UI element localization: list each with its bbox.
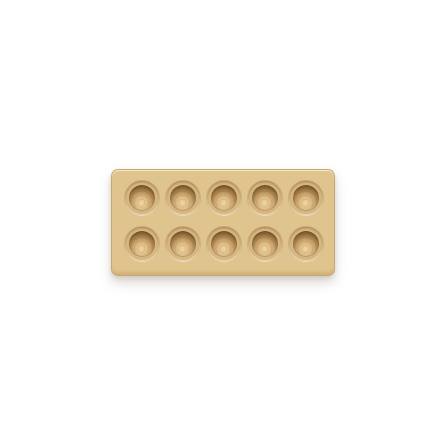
pit-r2c4[interactable]	[248, 227, 282, 261]
pit-r2c1[interactable]	[125, 227, 159, 261]
product-photo-background	[0, 0, 448, 448]
pit-bowl	[211, 185, 237, 211]
pit-r2c2[interactable]	[166, 227, 200, 261]
pit-bowl	[129, 231, 155, 257]
pit-bowl	[252, 231, 278, 257]
pit-r2c5[interactable]	[289, 227, 323, 261]
pit-bowl	[293, 231, 319, 257]
pit-bowl	[211, 231, 237, 257]
pit-bowl	[293, 185, 319, 211]
pit-bowl	[170, 185, 196, 211]
pit-r1c2[interactable]	[166, 181, 200, 215]
pit-bowl	[170, 231, 196, 257]
pit-r2c3[interactable]	[207, 227, 241, 261]
pit-bowl	[129, 185, 155, 211]
pit-r1c1[interactable]	[125, 181, 159, 215]
pit-r1c3[interactable]	[207, 181, 241, 215]
pit-bowl	[252, 185, 278, 211]
pit-grid	[125, 181, 321, 261]
pit-r1c5[interactable]	[289, 181, 323, 215]
mancala-board	[111, 169, 335, 276]
pit-r1c4[interactable]	[248, 181, 282, 215]
